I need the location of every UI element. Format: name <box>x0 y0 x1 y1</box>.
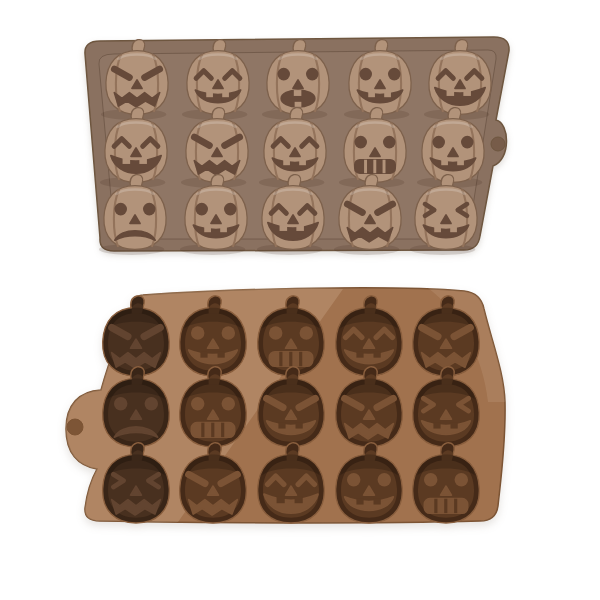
bottom-mold-tray <box>28 260 578 570</box>
bottom-mold-cavity-grid <box>103 296 480 523</box>
bottom-mold-hang-hole <box>67 419 83 435</box>
top-mold-pumpkin-grid <box>99 40 491 255</box>
top-mold-hang-hole <box>491 137 505 151</box>
top-mold-tray <box>70 28 530 264</box>
product-photo-canvas <box>0 0 600 600</box>
